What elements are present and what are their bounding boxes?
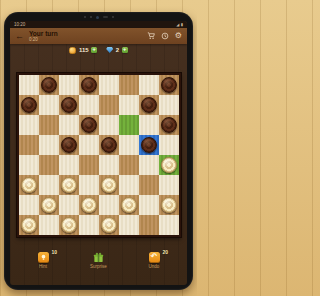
square-r3c3[interactable] xyxy=(59,115,79,135)
square-r4c2[interactable] xyxy=(39,135,59,155)
square-r7c7[interactable] xyxy=(139,195,159,215)
square-r5c2[interactable] xyxy=(39,155,59,175)
square-r6c4[interactable] xyxy=(79,175,99,195)
square-r4c4[interactable] xyxy=(79,135,99,155)
square-r2c3[interactable] xyxy=(59,95,79,115)
square-r7c8[interactable] xyxy=(159,195,179,215)
surprise-button[interactable]: Surprise xyxy=(88,252,110,270)
square-r5c4[interactable] xyxy=(79,155,99,175)
back-icon[interactable]: ← xyxy=(15,32,24,41)
square-r7c1[interactable] xyxy=(19,195,39,215)
square-r8c6[interactable] xyxy=(119,215,139,235)
square-r1c2[interactable] xyxy=(39,75,59,95)
gems-group: 2 + xyxy=(106,47,127,53)
square-r3c4[interactable] xyxy=(79,115,99,135)
square-r6c1[interactable] xyxy=(19,175,39,195)
square-r1c3[interactable] xyxy=(59,75,79,95)
square-r8c1[interactable] xyxy=(19,215,39,235)
square-r8c5[interactable] xyxy=(99,215,119,235)
light-piece[interactable] xyxy=(81,197,97,213)
hint-bulb-icon[interactable] xyxy=(38,252,49,263)
square-r1c6[interactable] xyxy=(119,75,139,95)
undo-count-badge: 20 xyxy=(162,249,168,255)
gems-amount: 2 xyxy=(116,47,119,53)
undo-label: Undo xyxy=(149,264,160,269)
battery-icon: ▮ xyxy=(181,22,183,27)
square-r6c2[interactable] xyxy=(39,175,59,195)
undo-arrow-icon[interactable]: ↶ xyxy=(149,252,160,263)
square-r2c4[interactable] xyxy=(79,95,99,115)
square-r2c5[interactable] xyxy=(99,95,119,115)
history-clock-icon[interactable] xyxy=(161,32,169,40)
square-r8c4[interactable] xyxy=(79,215,99,235)
square-r3c2[interactable] xyxy=(39,115,59,135)
square-r6c3[interactable] xyxy=(59,175,79,195)
add-gems-button[interactable]: + xyxy=(122,47,128,53)
coins-amount: 115 xyxy=(79,47,89,53)
coins-group: 115 + xyxy=(69,47,97,54)
wifi-icon: ◢ xyxy=(176,22,179,27)
square-r8c3[interactable] xyxy=(59,215,79,235)
light-piece[interactable] xyxy=(61,217,77,233)
square-r6c8[interactable] xyxy=(159,175,179,195)
undo-button[interactable]: ↶ 20 Undo xyxy=(143,252,165,270)
hint-label: Hint xyxy=(39,264,47,269)
board xyxy=(17,73,181,237)
coin-icon xyxy=(69,47,76,54)
gem-icon xyxy=(106,47,113,53)
dark-piece[interactable] xyxy=(141,137,157,153)
speaker-slot xyxy=(103,16,108,18)
move-timer: 0:20 xyxy=(29,37,58,42)
square-r7c2[interactable] xyxy=(39,195,59,215)
square-r5c5[interactable] xyxy=(99,155,119,175)
square-r4c3[interactable] xyxy=(59,135,79,155)
light-piece[interactable] xyxy=(121,197,137,213)
camera-icon xyxy=(96,16,99,19)
dark-piece[interactable] xyxy=(61,97,77,113)
square-r4c8[interactable] xyxy=(159,135,179,155)
bottom-toolbar: 10 Hint Surprise ↶ xyxy=(10,252,187,270)
square-r5c8[interactable] xyxy=(159,155,179,175)
light-piece[interactable] xyxy=(41,197,57,213)
gift-icon[interactable] xyxy=(93,252,104,263)
square-r1c5[interactable] xyxy=(99,75,119,95)
square-r1c8[interactable] xyxy=(159,75,179,95)
tablet-camera-array xyxy=(84,16,114,19)
square-r7c3[interactable] xyxy=(59,195,79,215)
square-r3c6[interactable] xyxy=(119,115,139,135)
tablet-device: 10:20 ◢ ▮ ← Your turn 0:20 xyxy=(4,12,193,290)
square-r4c6[interactable] xyxy=(119,135,139,155)
square-r2c1[interactable] xyxy=(19,95,39,115)
square-r5c7[interactable] xyxy=(139,155,159,175)
square-r8c8[interactable] xyxy=(159,215,179,235)
square-r6c5[interactable] xyxy=(99,175,119,195)
square-r3c5[interactable] xyxy=(99,115,119,135)
surprise-label: Surprise xyxy=(90,264,107,269)
square-r5c1[interactable] xyxy=(19,155,39,175)
dark-piece[interactable] xyxy=(41,77,57,93)
square-r1c7[interactable] xyxy=(139,75,159,95)
light-piece[interactable] xyxy=(61,177,77,193)
dark-piece[interactable] xyxy=(161,117,177,133)
light-piece[interactable] xyxy=(21,177,37,193)
square-r3c1[interactable] xyxy=(19,115,39,135)
dark-piece[interactable] xyxy=(61,137,77,153)
square-r5c3[interactable] xyxy=(59,155,79,175)
dark-piece[interactable] xyxy=(81,77,97,93)
page-title: Your turn xyxy=(29,30,58,37)
settings-gear-icon[interactable]: ⚙ xyxy=(175,32,182,40)
square-r4c7[interactable] xyxy=(139,135,159,155)
app-screen: 10:20 ◢ ▮ ← Your turn 0:20 xyxy=(10,21,187,285)
sensor-dot xyxy=(90,16,92,18)
square-r2c6[interactable] xyxy=(119,95,139,115)
dark-piece[interactable] xyxy=(141,97,157,113)
square-r6c6[interactable] xyxy=(119,175,139,195)
square-r1c1[interactable] xyxy=(19,75,39,95)
square-r2c7[interactable] xyxy=(139,95,159,115)
square-r3c7[interactable] xyxy=(139,115,159,135)
hint-count-badge: 10 xyxy=(51,249,57,255)
light-piece[interactable] xyxy=(101,217,117,233)
dark-piece[interactable] xyxy=(161,77,177,93)
dark-piece[interactable] xyxy=(21,97,37,113)
shop-cart-icon[interactable] xyxy=(147,32,155,40)
square-r7c4[interactable] xyxy=(79,195,99,215)
wallet-row: 115 + 2 + xyxy=(10,44,187,56)
square-r6c7[interactable] xyxy=(139,175,159,195)
dark-piece[interactable] xyxy=(81,117,97,133)
app-toolbar: ← Your turn 0:20 ⚙ xyxy=(10,28,187,44)
square-r8c7[interactable] xyxy=(139,215,159,235)
light-piece[interactable] xyxy=(161,157,177,173)
square-r4c1[interactable] xyxy=(19,135,39,155)
light-piece[interactable] xyxy=(21,217,37,233)
light-piece[interactable] xyxy=(161,197,177,213)
dark-piece[interactable] xyxy=(101,137,117,153)
square-r2c2[interactable] xyxy=(39,95,59,115)
square-r1c4[interactable] xyxy=(79,75,99,95)
status-bar: 10:20 ◢ ▮ xyxy=(10,21,187,28)
status-time: 10:20 xyxy=(14,22,25,27)
square-r3c8[interactable] xyxy=(159,115,179,135)
square-r7c6[interactable] xyxy=(119,195,139,215)
square-r8c2[interactable] xyxy=(39,215,59,235)
square-r2c8[interactable] xyxy=(159,95,179,115)
light-piece[interactable] xyxy=(101,177,117,193)
square-r7c5[interactable] xyxy=(99,195,119,215)
add-coins-button[interactable]: + xyxy=(91,47,97,53)
sensor-dot xyxy=(112,16,114,18)
sensor-dot xyxy=(84,16,86,18)
square-r5c6[interactable] xyxy=(119,155,139,175)
square-r4c5[interactable] xyxy=(99,135,119,155)
hint-button[interactable]: 10 Hint xyxy=(32,252,54,270)
